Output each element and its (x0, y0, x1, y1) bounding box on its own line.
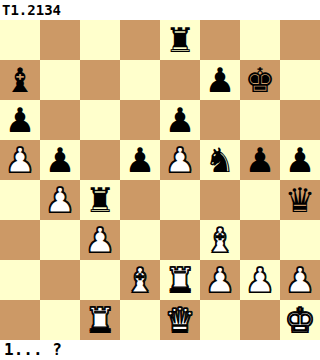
square-f8[interactable] (200, 20, 240, 60)
chess-board: ♜♝♟♚♟♟♟♟♟♟♞♟♟♟♜♛♟♝♝♜♟♟♟♜♛♚ (0, 20, 320, 340)
square-d7[interactable] (120, 60, 160, 100)
square-a4[interactable] (0, 180, 40, 220)
piece-black-pawn[interactable]: ♟ (285, 140, 315, 180)
square-d5[interactable]: ♟ (120, 140, 160, 180)
square-a2[interactable] (0, 260, 40, 300)
square-a7[interactable]: ♝ (0, 60, 40, 100)
piece-black-rook[interactable]: ♜ (165, 20, 195, 60)
square-h2[interactable]: ♟ (280, 260, 320, 300)
square-b1[interactable] (40, 300, 80, 340)
piece-black-king[interactable]: ♚ (245, 60, 275, 100)
square-f3[interactable]: ♝ (200, 220, 240, 260)
piece-white-king[interactable]: ♚ (285, 300, 315, 340)
square-g1[interactable] (240, 300, 280, 340)
square-e4[interactable] (160, 180, 200, 220)
square-f7[interactable]: ♟ (200, 60, 240, 100)
square-d3[interactable] (120, 220, 160, 260)
puzzle-title: T1.2134 (0, 0, 320, 20)
square-f4[interactable] (200, 180, 240, 220)
square-c4[interactable]: ♜ (80, 180, 120, 220)
piece-white-pawn[interactable]: ♟ (45, 180, 75, 220)
piece-white-rook[interactable]: ♜ (85, 300, 115, 340)
square-b8[interactable] (40, 20, 80, 60)
square-c5[interactable] (80, 140, 120, 180)
square-c8[interactable] (80, 20, 120, 60)
square-g4[interactable] (240, 180, 280, 220)
square-h8[interactable] (280, 20, 320, 60)
square-c7[interactable] (80, 60, 120, 100)
piece-white-pawn[interactable]: ♟ (245, 260, 275, 300)
piece-black-pawn[interactable]: ♟ (5, 100, 35, 140)
square-a5[interactable]: ♟ (0, 140, 40, 180)
square-b6[interactable] (40, 100, 80, 140)
square-e7[interactable] (160, 60, 200, 100)
square-c2[interactable] (80, 260, 120, 300)
square-f6[interactable] (200, 100, 240, 140)
piece-black-pawn[interactable]: ♟ (245, 140, 275, 180)
piece-black-pawn[interactable]: ♟ (125, 140, 155, 180)
square-e2[interactable]: ♜ (160, 260, 200, 300)
piece-black-pawn[interactable]: ♟ (45, 140, 75, 180)
chess-puzzle-window: T1.2134 ♜♝♟♚♟♟♟♟♟♟♞♟♟♟♜♛♟♝♝♜♟♟♟♜♛♚ 1... … (0, 0, 320, 360)
piece-black-pawn[interactable]: ♟ (205, 60, 235, 100)
move-prompt: 1... ? (0, 340, 320, 360)
piece-black-queen[interactable]: ♛ (285, 180, 315, 220)
piece-black-pawn[interactable]: ♟ (165, 100, 195, 140)
piece-white-rook[interactable]: ♜ (165, 260, 195, 300)
piece-white-pawn[interactable]: ♟ (85, 220, 115, 260)
square-g5[interactable]: ♟ (240, 140, 280, 180)
piece-white-pawn[interactable]: ♟ (285, 260, 315, 300)
square-c3[interactable]: ♟ (80, 220, 120, 260)
square-f1[interactable] (200, 300, 240, 340)
square-e6[interactable]: ♟ (160, 100, 200, 140)
square-h5[interactable]: ♟ (280, 140, 320, 180)
square-e8[interactable]: ♜ (160, 20, 200, 60)
square-d4[interactable] (120, 180, 160, 220)
square-a3[interactable] (0, 220, 40, 260)
square-h3[interactable] (280, 220, 320, 260)
piece-white-bishop[interactable]: ♝ (205, 220, 235, 260)
square-h7[interactable] (280, 60, 320, 100)
square-h6[interactable] (280, 100, 320, 140)
square-c1[interactable]: ♜ (80, 300, 120, 340)
square-h4[interactable]: ♛ (280, 180, 320, 220)
piece-white-queen[interactable]: ♛ (165, 300, 195, 340)
square-a1[interactable] (0, 300, 40, 340)
square-f2[interactable]: ♟ (200, 260, 240, 300)
square-b7[interactable] (40, 60, 80, 100)
piece-white-pawn[interactable]: ♟ (5, 140, 35, 180)
square-a6[interactable]: ♟ (0, 100, 40, 140)
square-f5[interactable]: ♞ (200, 140, 240, 180)
square-b4[interactable]: ♟ (40, 180, 80, 220)
piece-black-knight[interactable]: ♞ (205, 140, 235, 180)
square-g6[interactable] (240, 100, 280, 140)
square-g2[interactable]: ♟ (240, 260, 280, 300)
square-e3[interactable] (160, 220, 200, 260)
piece-black-bishop[interactable]: ♝ (5, 60, 35, 100)
square-b3[interactable] (40, 220, 80, 260)
square-h1[interactable]: ♚ (280, 300, 320, 340)
square-g3[interactable] (240, 220, 280, 260)
square-d8[interactable] (120, 20, 160, 60)
square-a8[interactable] (0, 20, 40, 60)
square-e1[interactable]: ♛ (160, 300, 200, 340)
square-g8[interactable] (240, 20, 280, 60)
square-d1[interactable] (120, 300, 160, 340)
piece-white-bishop[interactable]: ♝ (125, 260, 155, 300)
square-d6[interactable] (120, 100, 160, 140)
piece-black-rook[interactable]: ♜ (85, 180, 115, 220)
square-e5[interactable]: ♟ (160, 140, 200, 180)
square-g7[interactable]: ♚ (240, 60, 280, 100)
square-d2[interactable]: ♝ (120, 260, 160, 300)
piece-white-pawn[interactable]: ♟ (205, 260, 235, 300)
square-c6[interactable] (80, 100, 120, 140)
square-b2[interactable] (40, 260, 80, 300)
square-b5[interactable]: ♟ (40, 140, 80, 180)
piece-white-pawn[interactable]: ♟ (165, 140, 195, 180)
